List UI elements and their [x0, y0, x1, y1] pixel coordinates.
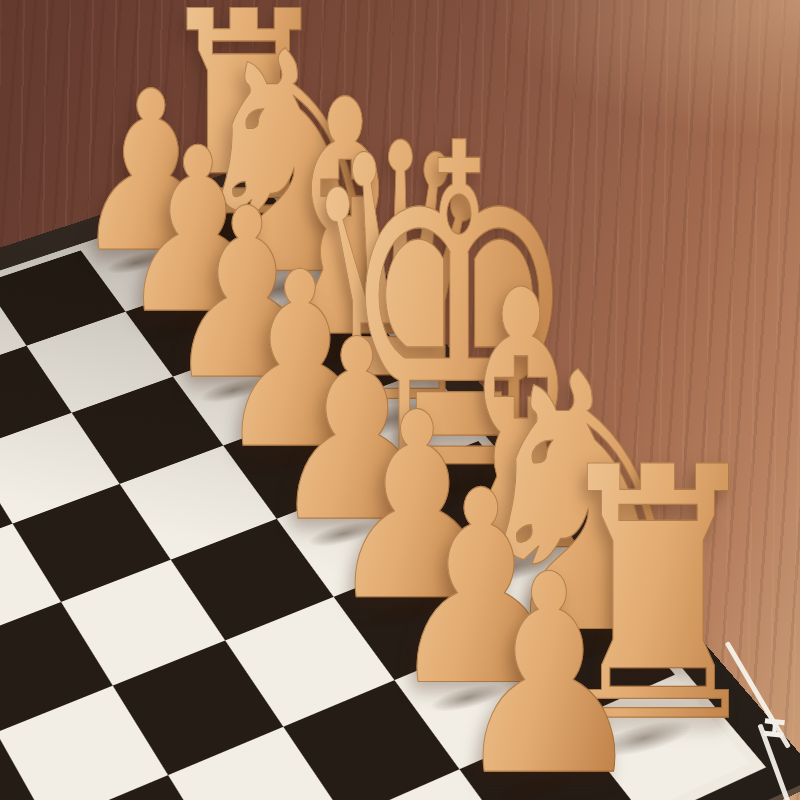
pieces-layer: ♜♞♝♛♚♝♞♜♟♟♟♟♟♟♟♟: [0, 0, 800, 800]
piece-white-pawn-h2: ♟: [450, 539, 647, 800]
wooden-table-background: H ♜♞♝♛♚♝♞♜♟♟♟♟♟♟♟♟: [0, 0, 800, 800]
